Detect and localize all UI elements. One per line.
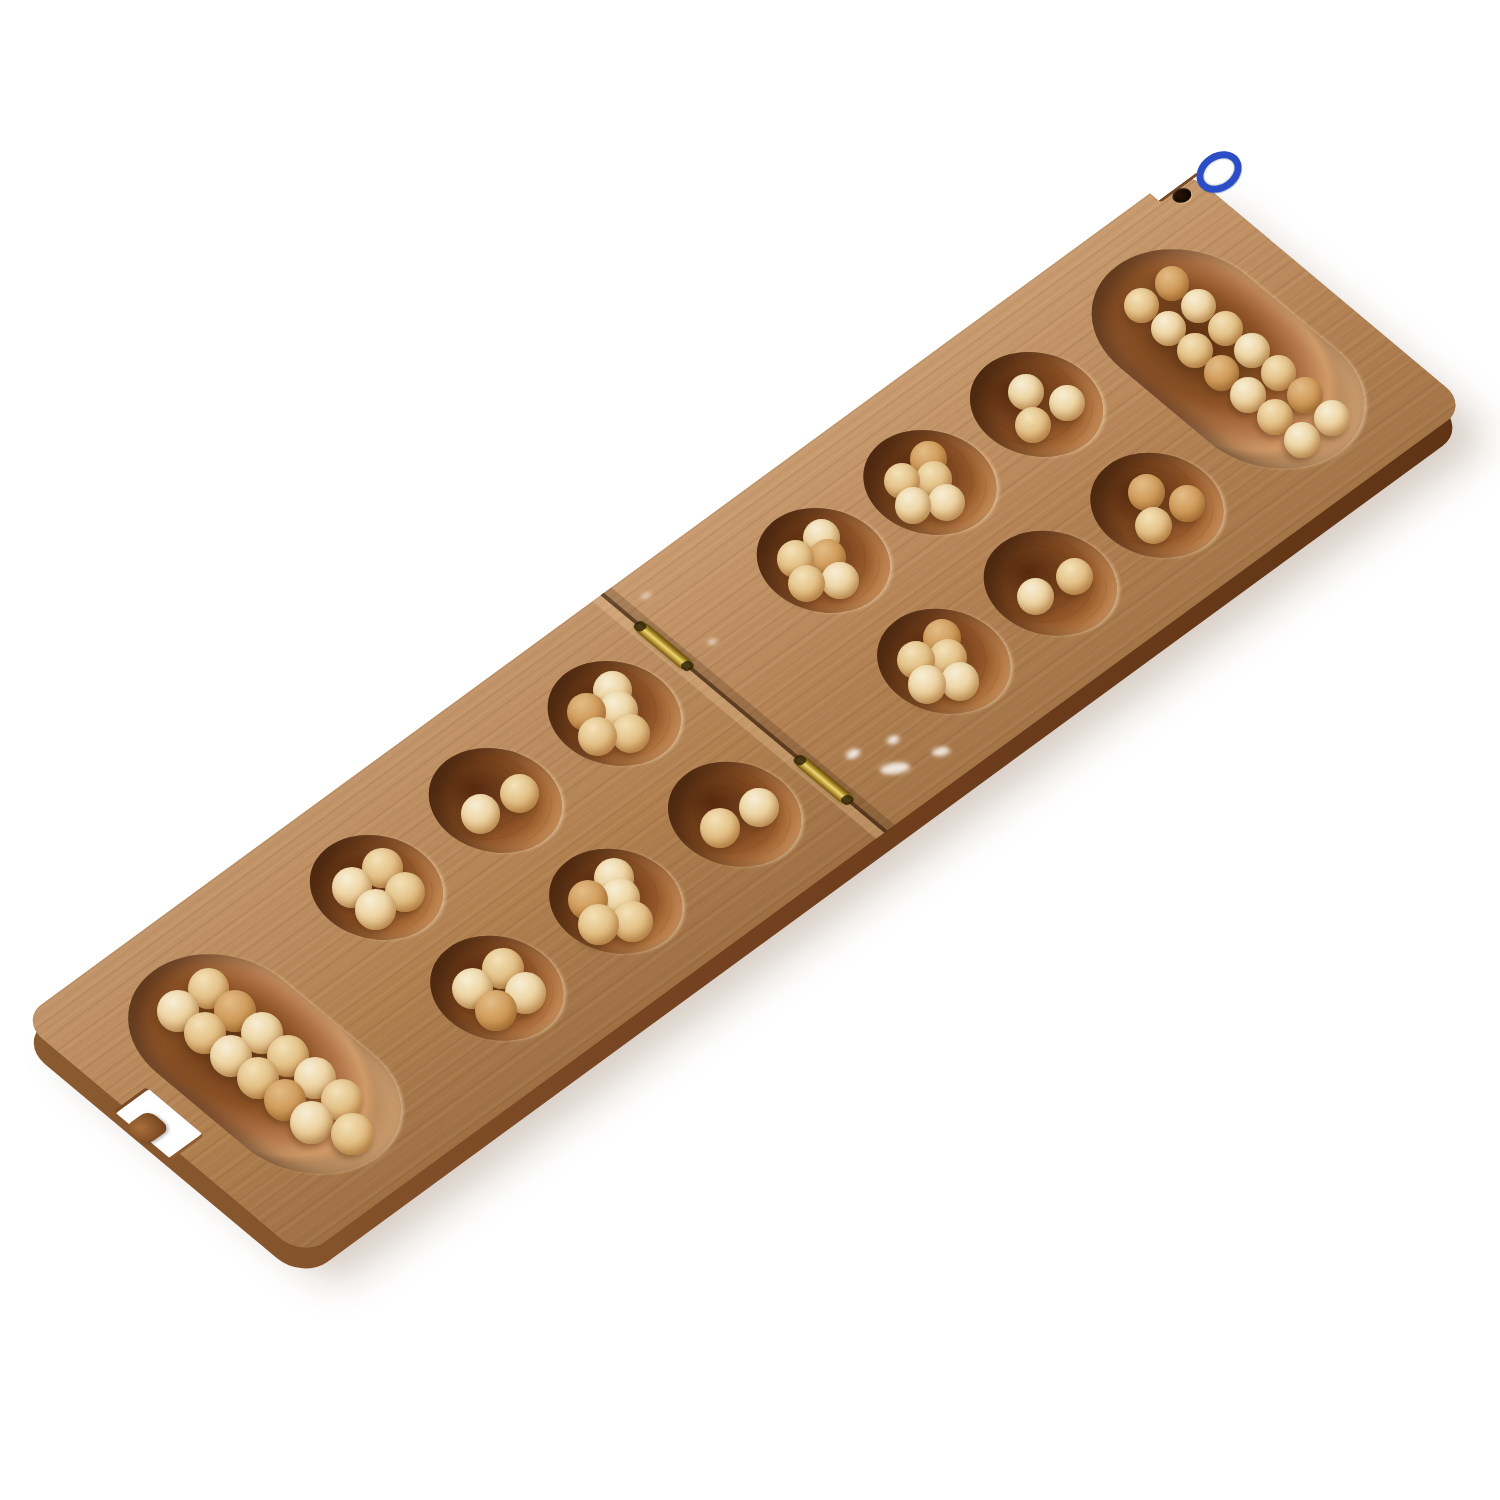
mancala-board-photo (0, 0, 1500, 1500)
board (20, 168, 1468, 1258)
